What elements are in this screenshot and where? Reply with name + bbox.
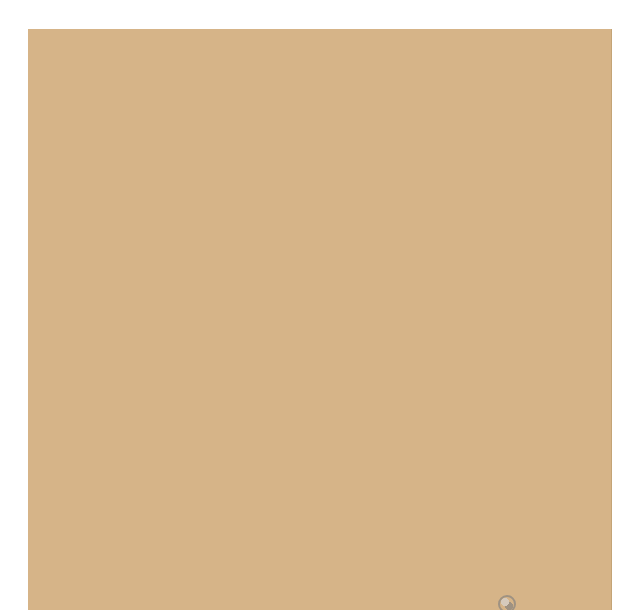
watermark-logo-icon	[498, 595, 516, 610]
watermark	[498, 595, 522, 610]
stones-layer	[31, 31, 607, 608]
column-labels-top	[31, 9, 607, 22]
go-board	[28, 29, 612, 610]
go-diagram-page	[0, 0, 640, 610]
row-labels-right	[613, 31, 631, 608]
row-labels-left	[4, 31, 22, 608]
